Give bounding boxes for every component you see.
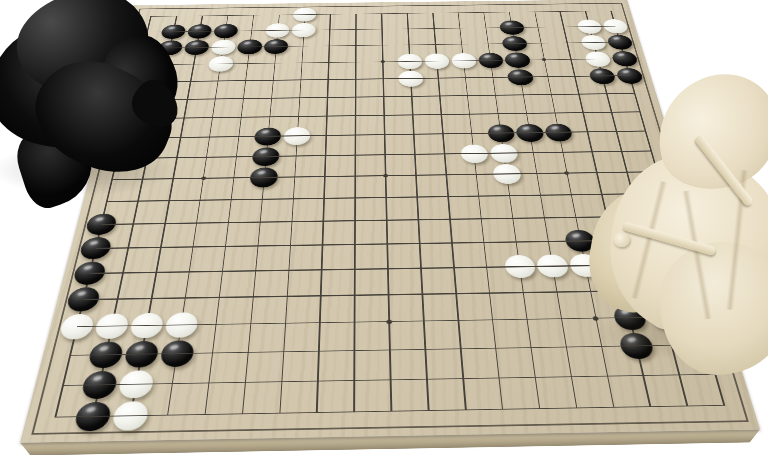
intersection-13-13	[467, 230, 502, 255]
intersection-12-13	[435, 231, 469, 256]
intersection-11-13	[403, 231, 437, 256]
intersection-9-15	[338, 282, 372, 309]
intersection-8-9	[310, 145, 340, 166]
intersection-15-6	[508, 86, 539, 105]
intersection-4-19	[146, 399, 188, 432]
intersection-14-3	[474, 36, 503, 53]
intersection-2-18	[78, 369, 121, 400]
intersection-16-9	[546, 142, 580, 163]
intersection-12-3	[422, 36, 450, 53]
intersection-4-14	[171, 259, 208, 285]
intersection-14-16	[508, 305, 546, 333]
intersection-9-3	[343, 37, 370, 54]
intersection-7-5	[286, 71, 315, 89]
intersection-11-5	[397, 70, 425, 88]
intersection-15-15	[538, 279, 576, 306]
intersection-4-4	[206, 55, 236, 72]
intersection-16-6	[536, 85, 567, 103]
intersection-4-3	[209, 39, 238, 56]
intersection-15-1	[495, 4, 523, 19]
black-stone	[502, 36, 528, 51]
intersection-4-18	[152, 368, 193, 399]
intersection-8-16	[302, 309, 338, 337]
black-stone	[499, 20, 525, 34]
intersection-14-9	[488, 143, 520, 164]
intersection-8-1	[317, 7, 343, 23]
intersection-11-10	[400, 164, 431, 186]
intersection-11-16	[406, 307, 442, 335]
intersection-8-10	[309, 166, 340, 188]
intersection-8-5	[314, 71, 342, 89]
black-stone	[250, 168, 279, 188]
intersection-13-10	[460, 164, 493, 186]
intersection-14-15	[505, 279, 542, 306]
intersection-6-7	[255, 107, 285, 126]
intersection-12-10	[430, 164, 462, 186]
black-stone	[487, 124, 516, 142]
black-stone	[80, 371, 119, 399]
intersection-11-3	[395, 37, 422, 54]
intersection-11-8	[399, 124, 429, 144]
intersection-6-2	[264, 22, 292, 38]
intersection-8-14	[305, 257, 339, 283]
intersection-4-1	[214, 8, 242, 24]
white-stone	[117, 370, 155, 398]
intersection-2-17	[85, 340, 127, 370]
black-stone	[252, 147, 281, 166]
intersection-15-19	[556, 392, 598, 425]
intersection-5-8	[223, 127, 255, 147]
white-stone	[58, 314, 95, 340]
intersection-11-15	[405, 281, 440, 308]
intersection-6-15	[235, 283, 271, 310]
intersection-15-7	[511, 104, 543, 123]
star-point	[542, 58, 547, 61]
intersection-6-19	[222, 398, 262, 431]
intersection-13-8	[456, 124, 487, 144]
intersection-3-13	[142, 235, 179, 260]
intersection-10-6	[370, 88, 398, 107]
white-stone	[451, 53, 477, 69]
intersection-7-8	[282, 126, 312, 146]
black-stone	[213, 24, 239, 39]
intersection-6-16	[232, 310, 269, 338]
intersection-9-16	[337, 308, 372, 336]
intersection-5-11	[214, 188, 248, 211]
black-stone	[254, 127, 282, 145]
black-stone	[65, 287, 101, 312]
intersection-2-16	[91, 312, 132, 341]
intersection-14-18	[515, 362, 555, 393]
intersection-7-3	[289, 38, 317, 55]
intersection-9-17	[337, 336, 373, 366]
intersection-12-9	[429, 144, 460, 165]
white-stone	[492, 164, 522, 184]
beige-stone-bag	[585, 70, 768, 360]
intersection-13-4	[449, 52, 478, 69]
intersection-9-7	[341, 106, 370, 125]
intersection-4-7	[197, 108, 229, 127]
intersection-3-17	[121, 339, 162, 369]
intersection-19-4	[609, 50, 641, 67]
white-stone	[398, 71, 424, 87]
intersection-7-13	[273, 233, 307, 258]
intersection-11-4	[396, 53, 424, 70]
intersection-14-8	[485, 123, 517, 143]
intersection-9-11	[340, 187, 371, 210]
intersection-9-14	[338, 256, 371, 282]
black-stone	[477, 53, 503, 68]
intersection-12-2	[421, 21, 448, 37]
intersection-7-15	[269, 283, 305, 310]
intersection-5-13	[208, 234, 243, 259]
intersection-14-17	[512, 333, 551, 363]
intersection-12-18	[444, 363, 483, 394]
intersection-6-13	[240, 234, 275, 259]
intersection-11-1	[394, 6, 420, 21]
white-stone	[602, 19, 629, 33]
intersection-14-13	[499, 230, 535, 255]
black-stone	[264, 39, 289, 54]
white-stone	[283, 127, 310, 145]
intersection-15-5	[505, 68, 535, 86]
intersection-9-9	[340, 145, 370, 166]
intersection-10-16	[372, 308, 407, 336]
intersection-15-8	[514, 123, 546, 143]
intersection-10-8	[370, 125, 400, 145]
white-stone	[93, 313, 130, 339]
intersection-15-10	[520, 163, 554, 185]
intersection-15-17	[547, 333, 587, 363]
intersection-10-17	[372, 335, 408, 365]
intersection-14-4	[476, 52, 505, 69]
star-point	[201, 177, 206, 180]
intersection-12-19	[446, 394, 486, 427]
intersection-5-19	[184, 398, 225, 431]
intersection-19-3	[605, 34, 636, 51]
intersection-11-14	[404, 255, 438, 281]
intersection-16-10	[550, 162, 584, 184]
intersection-8-6	[313, 88, 342, 107]
intersection-14-14	[502, 254, 538, 280]
intersection-4-6	[200, 90, 231, 109]
intersection-11-17	[407, 335, 444, 365]
black-stone	[515, 124, 544, 142]
intersection-7-11	[277, 188, 309, 211]
intersection-10-9	[370, 144, 400, 165]
intersection-9-4	[342, 54, 369, 71]
intersection-8-18	[299, 366, 336, 397]
intersection-6-5	[258, 71, 287, 89]
white-stone	[111, 401, 150, 431]
intersection-13-12	[464, 207, 498, 231]
black-stone	[123, 341, 160, 368]
intersection-10-13	[371, 232, 404, 257]
intersection-5-9	[220, 146, 252, 167]
intersection-7-10	[279, 166, 311, 188]
white-stone	[489, 144, 518, 163]
intersection-3-14	[137, 259, 175, 285]
intersection-8-4	[315, 54, 343, 71]
intersection-5-6	[228, 89, 258, 108]
intersection-5-1	[240, 7, 268, 23]
intersection-5-14	[204, 258, 240, 284]
intersection-9-19	[335, 396, 373, 429]
intersection-14-6	[480, 86, 510, 105]
intersection-15-16	[542, 305, 581, 333]
intersection-10-10	[370, 165, 401, 187]
intersection-11-6	[397, 87, 426, 106]
intersection-12-16	[440, 307, 477, 335]
black-stone	[73, 402, 113, 432]
black-stone	[78, 237, 113, 259]
intersection-6-8	[252, 126, 283, 146]
intersection-9-10	[340, 165, 371, 187]
intersection-16-2	[523, 19, 552, 35]
intersection-11-11	[401, 186, 433, 209]
white-stone	[128, 313, 164, 339]
black-stone	[159, 340, 195, 367]
intersection-17-3	[552, 35, 582, 52]
intersection-5-15	[201, 284, 238, 311]
intersection-13-2	[446, 20, 474, 36]
intersection-9-1	[343, 6, 369, 22]
intersection-13-9	[458, 143, 490, 164]
intersection-8-3	[316, 38, 343, 55]
intersection-14-1	[470, 5, 498, 20]
intersection-8-17	[301, 337, 337, 367]
white-stone	[424, 53, 450, 69]
black-stone	[84, 214, 118, 235]
black-stone	[507, 69, 534, 85]
intersection-19-1	[596, 3, 626, 18]
black-stone	[544, 123, 574, 141]
intersection-12-8	[428, 124, 459, 144]
intersection-5-16	[197, 310, 235, 338]
intersection-6-12	[243, 210, 277, 234]
drawstring-knot	[613, 232, 630, 247]
intersection-10-18	[372, 364, 409, 395]
intersection-5-4	[233, 55, 262, 72]
star-point	[564, 171, 569, 174]
intersection-7-4	[288, 54, 316, 71]
white-stone	[397, 54, 422, 70]
black-stone	[237, 39, 263, 54]
black-stone	[504, 52, 531, 67]
intersection-8-11	[308, 187, 340, 210]
star-point	[383, 174, 388, 177]
intersection-15-4	[503, 51, 533, 68]
intersection-9-5	[342, 70, 370, 88]
intersection-9-18	[336, 365, 373, 396]
intersection-13-11	[462, 185, 495, 208]
intersection-6-18	[225, 367, 264, 398]
intersection-16-11	[554, 184, 589, 207]
intersection-16-1	[521, 4, 549, 19]
intersection-6-6	[257, 89, 287, 108]
intersection-12-4	[423, 52, 451, 69]
intersection-2-14	[103, 260, 142, 286]
intersection-13-15	[472, 280, 509, 307]
intersection-14-11	[493, 184, 527, 207]
intersection-4-15	[166, 284, 204, 311]
intersection-12-1	[419, 5, 446, 20]
intersection-5-12	[211, 211, 246, 235]
white-stone	[584, 51, 612, 66]
intersection-13-5	[451, 69, 480, 87]
intersection-11-12	[402, 208, 435, 232]
intersection-8-2	[317, 22, 344, 38]
intersection-12-17	[442, 334, 480, 364]
intersection-13-14	[469, 254, 505, 280]
intersection-6-9	[250, 146, 282, 167]
white-stone	[460, 144, 489, 163]
intersection-9-6	[342, 88, 370, 107]
intersection-11-19	[409, 394, 448, 427]
intersection-5-2	[238, 23, 266, 39]
intersection-16-4	[529, 51, 559, 68]
intersection-14-10	[490, 163, 523, 185]
intersection-15-12	[527, 206, 562, 230]
intersection-5-7	[226, 108, 257, 127]
intersection-6-11	[246, 188, 279, 211]
intersection-14-7	[483, 104, 514, 123]
white-stone	[207, 56, 234, 72]
intersection-4-17	[157, 339, 197, 369]
intersection-6-4	[260, 55, 289, 72]
intersection-9-2	[343, 21, 369, 37]
intersection-7-2	[290, 22, 317, 38]
intersection-15-2	[498, 20, 527, 36]
intersection-15-13	[530, 229, 566, 254]
intersection-17-2	[549, 19, 578, 35]
black-stone	[87, 342, 125, 369]
intersection-4-16	[162, 311, 201, 339]
intersection-19-2	[600, 18, 630, 34]
intersection-8-13	[306, 233, 339, 258]
intersection-13-17	[477, 334, 516, 364]
intersection-5-10	[217, 167, 250, 189]
star-point	[381, 60, 385, 63]
intersection-2-15	[97, 285, 137, 312]
white-stone	[265, 23, 290, 38]
intersection-16-3	[526, 35, 556, 52]
intersection-11-9	[400, 144, 431, 165]
star-point	[386, 319, 392, 323]
intersection-2-12	[115, 212, 152, 236]
intersection-6-1	[266, 7, 293, 23]
intersection-13-3	[448, 36, 476, 53]
intersection-11-2	[395, 21, 422, 37]
intersection-7-12	[275, 210, 308, 234]
white-stone	[293, 8, 317, 22]
intersection-3-19	[108, 400, 151, 433]
intersection-16-7	[539, 104, 571, 123]
intersection-8-12	[307, 209, 339, 233]
white-stone	[164, 312, 199, 338]
intersection-7-1	[291, 7, 318, 23]
white-stone	[292, 23, 316, 37]
intersection-3-18	[115, 369, 157, 400]
intersection-16-8	[543, 122, 576, 142]
intersection-11-18	[408, 364, 446, 395]
intersection-15-11	[523, 184, 558, 207]
intersection-7-9	[280, 146, 311, 167]
intersection-3-12	[147, 212, 183, 236]
intersection-13-19	[483, 393, 524, 426]
intersection-4-5	[203, 72, 233, 90]
intersection-14-12	[496, 207, 531, 231]
intersection-10-15	[372, 281, 406, 308]
intersection-4-2	[211, 23, 240, 39]
intersection-10-3	[369, 37, 396, 54]
intersection-9-12	[339, 209, 371, 233]
intersection-6-10	[248, 167, 280, 189]
intersection-12-6	[425, 87, 454, 106]
intersection-16-5	[532, 68, 563, 86]
intersection-8-8	[311, 126, 341, 146]
intersection-13-18	[480, 363, 520, 394]
intersection-12-12	[433, 208, 466, 232]
intersection-5-17	[193, 338, 232, 368]
intersection-4-13	[175, 235, 211, 260]
intersection-7-7	[283, 107, 313, 126]
intersection-10-5	[369, 70, 397, 88]
intersection-8-19	[298, 396, 336, 429]
intersection-7-14	[271, 257, 306, 283]
intersection-17-4	[556, 51, 587, 68]
black-stone	[72, 262, 107, 285]
intersection-12-5	[424, 69, 453, 87]
intersection-5-3	[235, 39, 264, 56]
intersection-13-7	[455, 105, 486, 124]
go-photo-scene: { "game": "go", "scene": "overhead photo…	[0, 0, 768, 455]
intersection-15-14	[534, 253, 571, 279]
intersection-10-7	[370, 106, 399, 125]
intersection-7-18	[262, 366, 300, 397]
intersection-10-1	[369, 6, 395, 21]
intersection-7-17	[265, 337, 302, 367]
intersection-9-13	[339, 232, 372, 257]
intersection-15-9	[517, 142, 550, 163]
intersection-6-3	[262, 38, 290, 55]
intersection-13-16	[474, 306, 512, 334]
white-stone	[503, 255, 536, 278]
intersection-14-2	[472, 20, 500, 36]
intersection-7-19	[260, 397, 299, 430]
intersection-6-17	[229, 338, 267, 368]
black-stone-bag	[0, 0, 200, 212]
intersection-12-7	[426, 105, 456, 124]
intersection-9-8	[341, 125, 370, 145]
black-stone	[611, 51, 639, 66]
intersection-10-19	[373, 395, 411, 428]
intersection-5-18	[189, 368, 229, 399]
intersection-4-12	[179, 211, 214, 235]
intersection-10-12	[371, 208, 403, 232]
intersection-10-11	[371, 186, 402, 209]
intersection-8-15	[303, 282, 338, 309]
intersection-5-5	[231, 72, 261, 90]
intersection-17-1	[546, 4, 575, 19]
intersection-15-3	[500, 35, 529, 52]
white-stone	[580, 35, 607, 50]
intersection-12-11	[432, 185, 465, 208]
intersection-14-19	[519, 392, 561, 425]
intersection-7-16	[267, 309, 303, 337]
intersection-3-15	[132, 285, 171, 312]
intersection-10-14	[371, 256, 405, 282]
